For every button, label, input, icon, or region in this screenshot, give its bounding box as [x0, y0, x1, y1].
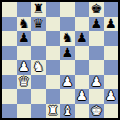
square-b5[interactable] — [17, 46, 32, 61]
white-pawn-e3: ♟ — [61, 75, 73, 90]
square-c4[interactable]: ♞ — [31, 60, 46, 75]
square-b2[interactable] — [17, 89, 32, 104]
square-f7[interactable] — [75, 17, 90, 32]
square-g3[interactable]: ♟ — [89, 75, 104, 90]
black-queen-c7: ♛ — [32, 17, 44, 32]
square-a8[interactable] — [2, 2, 17, 17]
square-c7[interactable]: ♛ — [31, 17, 46, 32]
black-king-g8: ♚ — [90, 2, 102, 17]
square-h2[interactable]: ♟ — [104, 89, 119, 104]
square-g7[interactable]: ♟ — [89, 17, 104, 32]
black-pawn-g7: ♟ — [90, 17, 102, 32]
black-pawn-e5: ♟ — [61, 46, 73, 61]
square-h5[interactable] — [104, 46, 119, 61]
black-knight-b7: ♞ — [18, 17, 30, 32]
square-f1[interactable] — [75, 104, 90, 119]
white-pawn-f2: ♟ — [76, 89, 88, 104]
square-d4[interactable] — [46, 60, 61, 75]
square-h7[interactable]: ♟ — [104, 17, 119, 32]
square-c8[interactable]: ♜ — [31, 2, 46, 17]
square-d2[interactable] — [46, 89, 61, 104]
square-a5[interactable] — [2, 46, 17, 61]
square-c6[interactable] — [31, 31, 46, 46]
square-a7[interactable] — [2, 17, 17, 32]
white-pawn-g3: ♟ — [90, 75, 102, 90]
square-g1[interactable]: ♚ — [89, 104, 104, 119]
square-h3[interactable] — [104, 75, 119, 90]
square-b6[interactable]: ♟ — [17, 31, 32, 46]
white-knight-c4: ♞ — [32, 60, 44, 75]
square-d5[interactable] — [46, 46, 61, 61]
white-pawn-h2: ♟ — [105, 89, 117, 104]
square-g4[interactable] — [89, 60, 104, 75]
chess-board-frame: ♜♚♞♛♟♟♟♞♟♟♟♞♛♟♟♟♟♜♝♚ — [0, 0, 120, 120]
square-c2[interactable] — [31, 89, 46, 104]
square-h4[interactable] — [104, 60, 119, 75]
square-e2[interactable] — [60, 89, 75, 104]
square-g2[interactable] — [89, 89, 104, 104]
square-b1[interactable] — [17, 104, 32, 119]
square-g6[interactable] — [89, 31, 104, 46]
square-b4[interactable]: ♟ — [17, 60, 32, 75]
square-d1[interactable]: ♜ — [46, 104, 61, 119]
white-rook-d1: ♜ — [47, 104, 59, 119]
square-a3[interactable] — [2, 75, 17, 90]
square-e6[interactable]: ♞ — [60, 31, 75, 46]
square-e5[interactable]: ♟ — [60, 46, 75, 61]
square-a2[interactable] — [2, 89, 17, 104]
square-c3[interactable] — [31, 75, 46, 90]
square-a4[interactable] — [2, 60, 17, 75]
square-f5[interactable] — [75, 46, 90, 61]
black-rook-c8: ♜ — [32, 2, 44, 17]
square-h1[interactable] — [104, 104, 119, 119]
white-king-g1: ♚ — [90, 104, 102, 119]
white-pawn-b4: ♟ — [18, 60, 30, 75]
square-f4[interactable] — [75, 60, 90, 75]
black-pawn-f6: ♟ — [76, 31, 88, 46]
square-a1[interactable] — [2, 104, 17, 119]
square-f3[interactable] — [75, 75, 90, 90]
square-h8[interactable] — [104, 2, 119, 17]
square-f2[interactable]: ♟ — [75, 89, 90, 104]
square-g5[interactable] — [89, 46, 104, 61]
square-e4[interactable] — [60, 60, 75, 75]
square-d8[interactable] — [46, 2, 61, 17]
square-g8[interactable]: ♚ — [89, 2, 104, 17]
square-e3[interactable]: ♟ — [60, 75, 75, 90]
square-e1[interactable]: ♝ — [60, 104, 75, 119]
square-e7[interactable] — [60, 17, 75, 32]
square-f6[interactable]: ♟ — [75, 31, 90, 46]
square-d6[interactable] — [46, 31, 61, 46]
black-knight-e6: ♞ — [61, 31, 73, 46]
black-pawn-h7: ♟ — [105, 17, 117, 32]
white-bishop-e1: ♝ — [61, 104, 73, 119]
square-h6[interactable] — [104, 31, 119, 46]
square-d7[interactable] — [46, 17, 61, 32]
square-a6[interactable] — [2, 31, 17, 46]
square-b3[interactable]: ♛ — [17, 75, 32, 90]
square-f8[interactable] — [75, 2, 90, 17]
white-queen-b3: ♛ — [18, 75, 30, 90]
square-e8[interactable] — [60, 2, 75, 17]
square-b8[interactable] — [17, 2, 32, 17]
square-c1[interactable] — [31, 104, 46, 119]
square-c5[interactable] — [31, 46, 46, 61]
square-b7[interactable]: ♞ — [17, 17, 32, 32]
square-d3[interactable] — [46, 75, 61, 90]
chess-board: ♜♚♞♛♟♟♟♞♟♟♟♞♛♟♟♟♟♜♝♚ — [2, 2, 118, 118]
black-pawn-b6: ♟ — [18, 31, 30, 46]
